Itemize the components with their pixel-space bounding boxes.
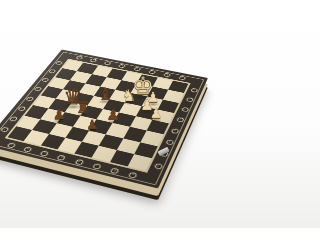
product-photo-chess-set: { "game": "chess", "scene_label": "foldi… — [0, 0, 228, 228]
brown-pawn-e4: ♟ — [106, 108, 119, 123]
pieces-layer: ♛♝♟♜♟♟♞♚♟♟♟ — [0, 0, 228, 228]
cream-pawn-g3: ♟ — [150, 106, 163, 120]
brown-pawn-b4: ♟ — [53, 107, 66, 121]
brown-pawn-d3: ♟ — [86, 118, 98, 131]
brown-bishop-e5: ♝ — [97, 86, 112, 103]
brown-rook-c4: ♜ — [76, 100, 90, 116]
